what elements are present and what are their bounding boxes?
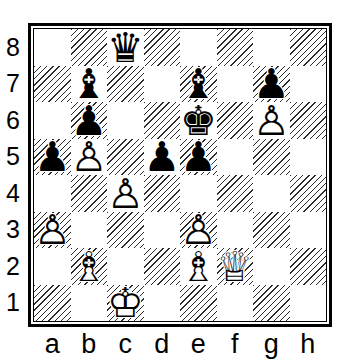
piece-white-pawn: ♟♙: [180, 212, 217, 249]
file-label-b: b: [71, 329, 108, 359]
file-label-c: c: [107, 329, 144, 359]
piece-fill-backing: ♝: [180, 249, 217, 286]
square-f7: [217, 66, 254, 103]
piece-glyph: ♙: [253, 103, 290, 140]
file-label-f: f: [217, 329, 254, 359]
square-b4: [71, 175, 108, 212]
piece-glyph: ♗: [71, 249, 108, 286]
piece-glyph: ♕: [217, 249, 254, 286]
piece-fill-backing: ♟: [180, 213, 217, 250]
square-h5: [290, 139, 327, 176]
file-label-e: e: [180, 329, 217, 359]
square-c4: ♟♙: [107, 175, 144, 212]
square-b1: [71, 285, 108, 322]
piece-glyph: ♟: [34, 140, 71, 177]
piece-white-bishop: ♝♗: [71, 248, 108, 285]
piece-fill-backing: ♟: [71, 103, 108, 140]
piece-white-pawn: ♟♙: [107, 175, 144, 212]
square-g7: ♟♟: [253, 66, 290, 103]
piece-fill-backing: ♟: [34, 140, 71, 177]
piece-fill-backing: ♟: [253, 103, 290, 140]
rank-label-8: 8: [0, 29, 26, 66]
piece-fill-backing: ♛: [107, 30, 144, 67]
square-f5: [217, 139, 254, 176]
piece-glyph: ♔: [107, 286, 144, 323]
square-c3: [107, 212, 144, 249]
chess-diagram-page: 87654321 ♛♛♝♝♝♝♟♟♟♟♚♚♟♙♟♟♟♙♟♟♟♟♟♙♟♙♟♙♝♗♝…: [0, 0, 360, 360]
square-b5: ♟♙: [71, 139, 108, 176]
board-squares: ♛♛♝♝♝♝♟♟♟♟♚♚♟♙♟♟♟♙♟♟♟♟♟♙♟♙♟♙♝♗♝♗♛♕♚♔: [34, 29, 326, 321]
square-b3: [71, 212, 108, 249]
square-c7: [107, 66, 144, 103]
square-e2: ♝♗: [180, 248, 217, 285]
square-e6: ♚♚: [180, 102, 217, 139]
square-f1: [217, 285, 254, 322]
square-g5: [253, 139, 290, 176]
piece-white-king: ♚♔: [107, 285, 144, 322]
rank-label-5: 5: [0, 139, 26, 176]
piece-fill-backing: ♟: [71, 140, 108, 177]
square-g2: [253, 248, 290, 285]
piece-glyph: ♙: [107, 176, 144, 213]
square-f2: ♛♕: [217, 248, 254, 285]
square-e7: ♝♝: [180, 66, 217, 103]
piece-fill-backing: ♚: [107, 286, 144, 323]
chess-board-frame: ♛♛♝♝♝♝♟♟♟♟♚♚♟♙♟♟♟♙♟♟♟♟♟♙♟♙♟♙♝♗♝♗♛♕♚♔: [28, 23, 332, 327]
square-h6: [290, 102, 327, 139]
square-g3: [253, 212, 290, 249]
piece-fill-backing: ♟: [107, 176, 144, 213]
piece-black-pawn: ♟♟: [144, 139, 181, 176]
piece-glyph: ♝: [71, 67, 108, 104]
chess-board: ♛♛♝♝♝♝♟♟♟♟♚♚♟♙♟♟♟♙♟♟♟♟♟♙♟♙♟♙♝♗♝♗♛♕♚♔: [33, 28, 327, 322]
piece-white-bishop: ♝♗: [180, 248, 217, 285]
piece-glyph: ♟: [253, 67, 290, 104]
piece-glyph: ♟: [71, 103, 108, 140]
square-e3: ♟♙: [180, 212, 217, 249]
rank-label-1: 1: [0, 285, 26, 322]
piece-white-pawn: ♟♙: [71, 139, 108, 176]
square-e5: ♟♟: [180, 139, 217, 176]
square-c8: ♛♛: [107, 29, 144, 66]
square-d2: [144, 248, 181, 285]
square-d7: [144, 66, 181, 103]
square-b2: ♝♗: [71, 248, 108, 285]
square-f3: [217, 212, 254, 249]
square-a4: [34, 175, 71, 212]
square-a6: [34, 102, 71, 139]
file-label-h: h: [290, 329, 327, 359]
square-a8: [34, 29, 71, 66]
square-f8: [217, 29, 254, 66]
square-d6: [144, 102, 181, 139]
piece-glyph: ♝: [180, 67, 217, 104]
piece-glyph: ♙: [34, 213, 71, 250]
piece-glyph: ♙: [71, 140, 108, 177]
square-a2: [34, 248, 71, 285]
piece-fill-backing: ♟: [180, 140, 217, 177]
piece-fill-backing: ♝: [180, 67, 217, 104]
square-h1: [290, 285, 327, 322]
piece-glyph: ♟: [180, 140, 217, 177]
piece-glyph: ♙: [180, 213, 217, 250]
rank-label-6: 6: [0, 102, 26, 139]
piece-white-queen: ♛♕: [217, 248, 254, 285]
square-a1: [34, 285, 71, 322]
square-c5: [107, 139, 144, 176]
square-d8: [144, 29, 181, 66]
rank-label-4: 4: [0, 175, 26, 212]
square-d3: [144, 212, 181, 249]
piece-black-pawn: ♟♟: [253, 66, 290, 103]
square-d1: [144, 285, 181, 322]
square-h8: [290, 29, 327, 66]
square-f4: [217, 175, 254, 212]
piece-white-pawn: ♟♙: [34, 212, 71, 249]
file-label-a: a: [34, 329, 71, 359]
rank-label-3: 3: [0, 212, 26, 249]
piece-glyph: ♗: [180, 249, 217, 286]
square-g6: ♟♙: [253, 102, 290, 139]
square-a3: ♟♙: [34, 212, 71, 249]
square-h2: [290, 248, 327, 285]
file-label-g: g: [253, 329, 290, 359]
square-h7: [290, 66, 327, 103]
piece-fill-backing: ♚: [180, 103, 217, 140]
square-g4: [253, 175, 290, 212]
piece-fill-backing: ♛: [217, 249, 254, 286]
piece-glyph: ♛: [107, 30, 144, 67]
square-b6: ♟♟: [71, 102, 108, 139]
piece-fill-backing: ♟: [34, 213, 71, 250]
piece-glyph: ♚: [180, 103, 217, 140]
square-c6: [107, 102, 144, 139]
file-label-d: d: [144, 329, 181, 359]
square-b8: [71, 29, 108, 66]
square-e1: [180, 285, 217, 322]
square-f6: [217, 102, 254, 139]
square-e8: [180, 29, 217, 66]
piece-black-queen: ♛♛: [107, 29, 144, 66]
piece-fill-backing: ♝: [71, 67, 108, 104]
rank-label-7: 7: [0, 66, 26, 103]
square-c2: [107, 248, 144, 285]
piece-fill-backing: ♟: [253, 67, 290, 104]
square-a5: ♟♟: [34, 139, 71, 176]
piece-white-pawn: ♟♙: [253, 102, 290, 139]
rank-label-2: 2: [0, 248, 26, 285]
piece-fill-backing: ♟: [144, 140, 181, 177]
square-d5: ♟♟: [144, 139, 181, 176]
piece-black-bishop: ♝♝: [71, 66, 108, 103]
square-b7: ♝♝: [71, 66, 108, 103]
piece-black-bishop: ♝♝: [180, 66, 217, 103]
square-c1: ♚♔: [107, 285, 144, 322]
piece-fill-backing: ♝: [71, 249, 108, 286]
square-d4: [144, 175, 181, 212]
square-a7: [34, 66, 71, 103]
square-g1: [253, 285, 290, 322]
square-g8: [253, 29, 290, 66]
piece-black-king: ♚♚: [180, 102, 217, 139]
piece-black-pawn: ♟♟: [34, 139, 71, 176]
square-h3: [290, 212, 327, 249]
piece-glyph: ♟: [144, 140, 181, 177]
piece-black-pawn: ♟♟: [180, 139, 217, 176]
square-e4: [180, 175, 217, 212]
piece-black-pawn: ♟♟: [71, 102, 108, 139]
square-h4: [290, 175, 327, 212]
